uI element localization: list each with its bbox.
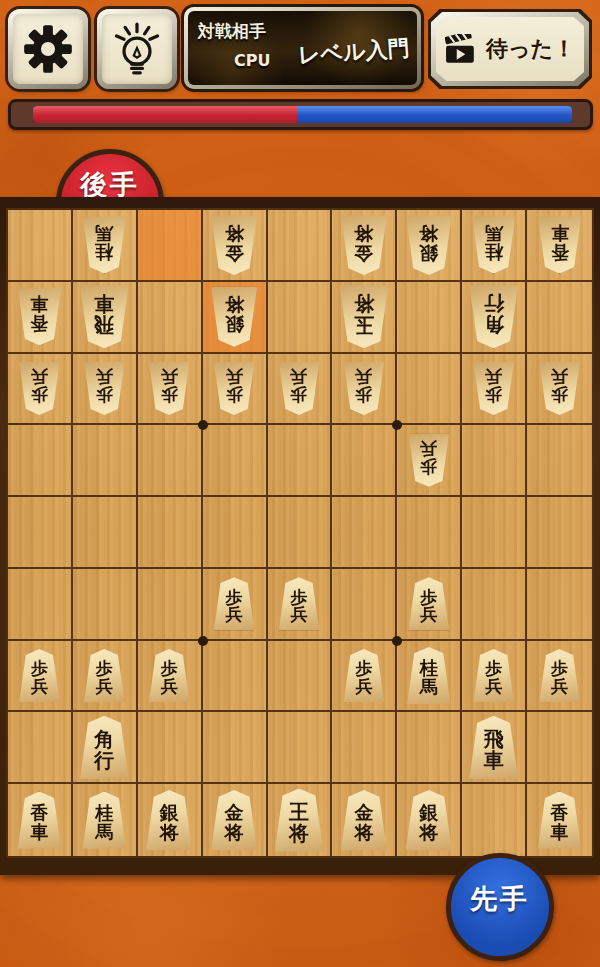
square-r7c5[interactable] <box>268 641 333 713</box>
piece-sente-silver[interactable]: 銀 将 <box>144 790 194 850</box>
sente-badge: 先手 <box>446 853 554 961</box>
square-r2c6[interactable]: 玉 将 <box>332 282 397 354</box>
square-r9c3[interactable]: 銀 将 <box>138 784 203 856</box>
square-r7c7[interactable]: 桂 馬 <box>397 641 462 713</box>
undo-matta-button[interactable]: 待った！ <box>428 9 592 89</box>
square-r1c9[interactable]: 香 車 <box>527 210 592 282</box>
square-r5c6[interactable] <box>332 497 397 569</box>
square-r5c2[interactable] <box>73 497 138 569</box>
square-r3c5[interactable]: 歩 兵 <box>268 354 333 426</box>
square-r3c9[interactable]: 歩 兵 <box>527 354 592 426</box>
square-r5c8[interactable] <box>462 497 527 569</box>
board-grid: 桂 馬金 将金 将銀 将桂 馬香 車香 車飛 車銀 将玉 将角 行歩 兵歩 兵歩… <box>6 208 594 858</box>
square-r9c9[interactable]: 香 車 <box>527 784 592 856</box>
piece-gote-pawn[interactable]: 歩 兵 <box>82 362 126 415</box>
piece-sente-bishop[interactable]: 角 行 <box>78 716 131 779</box>
piece-sente-rook[interactable]: 飛 車 <box>467 716 520 779</box>
hint-button[interactable] <box>97 9 177 89</box>
eval-red-segment <box>33 106 297 123</box>
square-r6c4[interactable]: 歩 兵 <box>203 569 268 641</box>
square-r8c1[interactable] <box>8 712 73 784</box>
piece-sente-knight[interactable]: 桂 馬 <box>81 792 128 849</box>
piece-gote-pawn[interactable]: 歩 兵 <box>17 362 61 415</box>
square-r7c4[interactable] <box>203 641 268 713</box>
piece-gote-silver[interactable]: 銀 将 <box>404 215 454 275</box>
evaluation-bar <box>8 99 593 130</box>
star-point <box>392 636 402 646</box>
piece-gote-pawn[interactable]: 歩 兵 <box>147 362 191 415</box>
square-r2c9[interactable] <box>527 282 592 354</box>
piece-gote-gold[interactable]: 金 将 <box>339 215 389 275</box>
square-r8c8[interactable]: 飛 車 <box>462 712 527 784</box>
square-r5c7[interactable] <box>397 497 462 569</box>
square-r6c3[interactable] <box>138 569 203 641</box>
piece-sente-lance[interactable]: 香 車 <box>536 792 583 849</box>
square-r2c4[interactable]: 銀 将 <box>203 282 268 354</box>
square-r7c6[interactable]: 歩 兵 <box>332 641 397 713</box>
square-r7c3[interactable]: 歩 兵 <box>138 641 203 713</box>
square-r3c8[interactable]: 歩 兵 <box>462 354 527 426</box>
square-r6c5[interactable]: 歩 兵 <box>268 569 333 641</box>
piece-sente-pawn[interactable]: 歩 兵 <box>342 649 386 702</box>
square-r1c3[interactable] <box>138 210 203 282</box>
square-r4c6[interactable] <box>332 425 397 497</box>
piece-gote-bishop[interactable]: 角 行 <box>467 285 520 348</box>
undo-button-label: 待った！ <box>486 34 575 64</box>
square-r1c5[interactable] <box>268 210 333 282</box>
piece-sente-pawn[interactable]: 歩 兵 <box>17 649 61 702</box>
square-r6c1[interactable] <box>8 569 73 641</box>
square-r6c2[interactable] <box>73 569 138 641</box>
gear-icon <box>22 23 74 75</box>
square-r8c6[interactable] <box>332 712 397 784</box>
square-r2c2[interactable]: 飛 車 <box>73 282 138 354</box>
square-r5c9[interactable] <box>527 497 592 569</box>
settings-button-face <box>13 14 83 84</box>
piece-sente-knight[interactable]: 桂 馬 <box>405 647 452 704</box>
square-r3c1[interactable]: 歩 兵 <box>8 354 73 426</box>
star-point <box>198 636 208 646</box>
square-r9c4[interactable]: 金 将 <box>203 784 268 856</box>
piece-gote-knight[interactable]: 桂 馬 <box>81 216 128 273</box>
square-r1c1[interactable] <box>8 210 73 282</box>
piece-sente-king[interactable]: 王 将 <box>272 789 325 852</box>
square-r1c4[interactable]: 金 将 <box>203 210 268 282</box>
square-r9c2[interactable]: 桂 馬 <box>73 784 138 856</box>
square-r4c3[interactable] <box>138 425 203 497</box>
square-r9c1[interactable]: 香 車 <box>8 784 73 856</box>
shogi-app: 対戦相手 CPU レベル入門 待った！ <box>0 0 600 967</box>
undo-button-frame: 待った！ <box>431 12 589 86</box>
piece-gote-pawn[interactable]: 歩 兵 <box>538 362 582 415</box>
square-r8c2[interactable]: 角 行 <box>73 712 138 784</box>
square-r2c8[interactable]: 角 行 <box>462 282 527 354</box>
square-r8c5[interactable] <box>268 712 333 784</box>
square-r5c5[interactable] <box>268 497 333 569</box>
piece-gote-king[interactable]: 玉 将 <box>337 285 390 348</box>
square-r9c8[interactable] <box>462 784 527 856</box>
square-r3c2[interactable]: 歩 兵 <box>73 354 138 426</box>
square-r1c7[interactable]: 銀 将 <box>397 210 462 282</box>
piece-gote-lance[interactable]: 香 車 <box>16 288 63 345</box>
square-r9c6[interactable]: 金 将 <box>332 784 397 856</box>
piece-gote-pawn[interactable]: 歩 兵 <box>277 362 321 415</box>
evaluation-track <box>33 106 572 123</box>
undo-button-face: 待った！ <box>436 17 584 81</box>
piece-sente-pawn[interactable]: 歩 兵 <box>82 649 126 702</box>
square-r6c8[interactable] <box>462 569 527 641</box>
square-r7c1[interactable]: 歩 兵 <box>8 641 73 713</box>
star-point <box>198 420 208 430</box>
opponent-panel: 対戦相手 CPU レベル入門 <box>184 7 421 89</box>
square-r2c1[interactable]: 香 車 <box>8 282 73 354</box>
square-r3c4[interactable]: 歩 兵 <box>203 354 268 426</box>
piece-gote-knight[interactable]: 桂 馬 <box>470 216 517 273</box>
piece-sente-pawn[interactable]: 歩 兵 <box>277 577 321 630</box>
opponent-label: 対戦相手 <box>198 20 266 43</box>
piece-sente-gold[interactable]: 金 将 <box>339 790 389 850</box>
opponent-panel-face: 対戦相手 CPU レベル入門 <box>188 11 417 85</box>
square-r5c1[interactable] <box>8 497 73 569</box>
square-r4c4[interactable] <box>203 425 268 497</box>
piece-gote-pawn[interactable]: 歩 兵 <box>342 362 386 415</box>
square-r4c8[interactable] <box>462 425 527 497</box>
piece-gote-silver[interactable]: 銀 将 <box>209 287 259 347</box>
square-r7c8[interactable]: 歩 兵 <box>462 641 527 713</box>
piece-sente-gold[interactable]: 金 将 <box>209 790 259 850</box>
square-r1c6[interactable]: 金 将 <box>332 210 397 282</box>
square-r6c6[interactable] <box>332 569 397 641</box>
square-r1c8[interactable]: 桂 馬 <box>462 210 527 282</box>
piece-gote-lance[interactable]: 香 車 <box>536 216 583 273</box>
square-r3c7[interactable] <box>397 354 462 426</box>
square-r8c3[interactable] <box>138 712 203 784</box>
lightbulb-icon <box>112 22 162 76</box>
eval-blue-segment <box>297 106 572 123</box>
square-r3c6[interactable]: 歩 兵 <box>332 354 397 426</box>
square-r6c9[interactable] <box>527 569 592 641</box>
square-r4c9[interactable] <box>527 425 592 497</box>
piece-sente-lance[interactable]: 香 車 <box>16 792 63 849</box>
square-r1c2[interactable]: 桂 馬 <box>73 210 138 282</box>
square-r2c5[interactable] <box>268 282 333 354</box>
square-r5c3[interactable] <box>138 497 203 569</box>
piece-sente-pawn[interactable]: 歩 兵 <box>407 577 451 630</box>
piece-gote-pawn[interactable]: 歩 兵 <box>407 434 451 487</box>
square-r4c2[interactable] <box>73 425 138 497</box>
piece-sente-silver[interactable]: 銀 将 <box>404 790 454 850</box>
piece-sente-pawn[interactable]: 歩 兵 <box>147 649 191 702</box>
opponent-level: レベル入門 <box>298 33 411 71</box>
settings-button[interactable] <box>8 9 88 89</box>
piece-sente-pawn[interactable]: 歩 兵 <box>212 577 256 630</box>
square-r2c3[interactable] <box>138 282 203 354</box>
square-r4c5[interactable] <box>268 425 333 497</box>
square-r9c7[interactable]: 銀 将 <box>397 784 462 856</box>
piece-sente-pawn[interactable]: 歩 兵 <box>472 649 516 702</box>
square-r8c4[interactable] <box>203 712 268 784</box>
piece-gote-pawn[interactable]: 歩 兵 <box>212 362 256 415</box>
piece-sente-pawn[interactable]: 歩 兵 <box>538 649 582 702</box>
star-point <box>392 420 402 430</box>
piece-gote-gold[interactable]: 金 将 <box>209 215 259 275</box>
square-r2c7[interactable] <box>397 282 462 354</box>
square-r4c7[interactable]: 歩 兵 <box>397 425 462 497</box>
square-r8c7[interactable] <box>397 712 462 784</box>
square-r4c1[interactable] <box>8 425 73 497</box>
square-r8c9[interactable] <box>527 712 592 784</box>
opponent-name: CPU <box>234 51 270 70</box>
square-r9c5[interactable]: 王 将 <box>268 784 333 856</box>
piece-gote-rook[interactable]: 飛 車 <box>78 285 131 348</box>
piece-gote-pawn[interactable]: 歩 兵 <box>472 362 516 415</box>
hint-button-face <box>102 14 172 84</box>
square-r7c9[interactable]: 歩 兵 <box>527 641 592 713</box>
square-r7c2[interactable]: 歩 兵 <box>73 641 138 713</box>
clapperboard-icon <box>445 34 477 64</box>
square-r5c4[interactable] <box>203 497 268 569</box>
square-r3c3[interactable]: 歩 兵 <box>138 354 203 426</box>
square-r6c7[interactable]: 歩 兵 <box>397 569 462 641</box>
shogi-board: 桂 馬金 将金 将銀 将桂 馬香 車香 車飛 車銀 将玉 将角 行歩 兵歩 兵歩… <box>0 197 600 875</box>
